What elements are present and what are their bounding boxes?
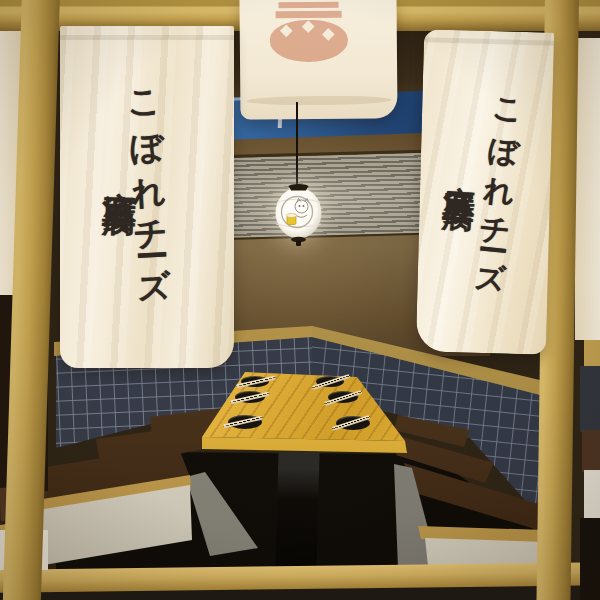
noren-left-text-2: 麻婆豆腐 (92, 164, 137, 343)
paper-lantern (274, 182, 323, 248)
plate (241, 376, 269, 387)
plate (228, 415, 262, 429)
lantern-cord (296, 102, 298, 190)
adjacent-booth-right-shadow (580, 518, 600, 600)
plate (235, 391, 265, 403)
noren-right: こぼれチーズ 麻婆豆腐 (416, 29, 554, 354)
adjacent-booth-right-trim (584, 340, 600, 366)
chopsticks (223, 416, 263, 429)
plate (336, 416, 370, 430)
crest-bar (276, 11, 342, 19)
noren-right-text-2: 麻婆豆腐 (426, 159, 478, 337)
izakaya-booth-photo: こぼれチーズ 麻婆豆腐 こぼれチーズ 麻婆豆腐 (0, 0, 600, 600)
plate (316, 376, 344, 387)
crest-bar (279, 2, 339, 9)
crest-emblem (265, 0, 352, 64)
table-pedestal (275, 451, 319, 570)
adjacent-booth-right-curtain (575, 38, 600, 340)
adjacent-booth-right-cushion (582, 430, 600, 472)
lantern-illustration (274, 182, 323, 248)
adjacent-booth-right-tile (580, 366, 600, 432)
plate (328, 391, 358, 403)
noren-left: こぼれチーズ 麻婆豆腐 (60, 26, 234, 368)
noren-center (239, 0, 397, 120)
adjacent-booth-right-bench (584, 470, 600, 520)
